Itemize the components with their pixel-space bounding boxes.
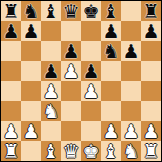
square-f3[interactable]: [101, 101, 121, 121]
square-b6[interactable]: [21, 41, 41, 61]
square-g5[interactable]: [121, 61, 141, 81]
square-e7[interactable]: [81, 21, 101, 41]
square-f1[interactable]: ♝: [101, 141, 121, 161]
square-e6[interactable]: [81, 41, 101, 61]
piece-black-queen[interactable]: ♛: [62, 1, 79, 21]
square-g7[interactable]: [121, 21, 141, 41]
square-d6[interactable]: ♟: [61, 41, 81, 61]
piece-white-queen[interactable]: ♛: [62, 141, 79, 161]
piece-white-king[interactable]: ♚: [82, 141, 99, 161]
square-h4[interactable]: [141, 81, 161, 101]
piece-white-bishop[interactable]: ♝: [42, 141, 59, 161]
piece-black-pawn[interactable]: ♟: [62, 41, 79, 61]
square-b2[interactable]: ♟: [21, 121, 41, 141]
piece-white-knight[interactable]: ♞: [42, 101, 59, 121]
square-f6[interactable]: ♞: [101, 41, 121, 61]
square-e2[interactable]: [81, 121, 101, 141]
square-a4[interactable]: [1, 81, 21, 101]
square-f8[interactable]: ♝: [101, 1, 121, 21]
piece-white-knight[interactable]: ♞: [122, 141, 139, 161]
piece-black-pawn[interactable]: ♟: [42, 61, 59, 81]
square-h7[interactable]: ♟: [141, 21, 161, 41]
square-d3[interactable]: [61, 101, 81, 121]
square-a5[interactable]: [1, 61, 21, 81]
square-h8[interactable]: ♜: [141, 1, 161, 21]
square-f4[interactable]: [101, 81, 121, 101]
piece-black-pawn[interactable]: ♟: [82, 61, 99, 81]
square-a6[interactable]: [1, 41, 21, 61]
square-d1[interactable]: ♛: [61, 141, 81, 161]
square-g6[interactable]: ♟: [121, 41, 141, 61]
square-d4[interactable]: [61, 81, 81, 101]
piece-white-pawn[interactable]: ♟: [62, 61, 79, 81]
chess-board: ♜♞♝♛♚♝♜♟♟♟♟♟♞♟♟♟♟♟♟♞♟♟♟♟♟♜♝♛♚♝♞♜: [0, 0, 162, 162]
square-g4[interactable]: [121, 81, 141, 101]
piece-white-bishop[interactable]: ♝: [102, 141, 119, 161]
square-g3[interactable]: [121, 101, 141, 121]
square-a1[interactable]: ♜: [1, 141, 21, 161]
square-g2[interactable]: ♟: [121, 121, 141, 141]
square-c1[interactable]: ♝: [41, 141, 61, 161]
square-d2[interactable]: [61, 121, 81, 141]
square-e4[interactable]: ♟: [81, 81, 101, 101]
piece-white-pawn[interactable]: ♟: [82, 81, 99, 101]
square-c3[interactable]: ♞: [41, 101, 61, 121]
square-e3[interactable]: [81, 101, 101, 121]
piece-black-pawn[interactable]: ♟: [2, 21, 19, 41]
square-f5[interactable]: [101, 61, 121, 81]
square-b8[interactable]: ♞: [21, 1, 41, 21]
square-a2[interactable]: ♟: [1, 121, 21, 141]
piece-white-rook[interactable]: ♜: [2, 141, 19, 161]
square-b1[interactable]: [21, 141, 41, 161]
square-c4[interactable]: ♟: [41, 81, 61, 101]
square-e8[interactable]: ♚: [81, 1, 101, 21]
piece-white-rook[interactable]: ♜: [142, 141, 159, 161]
square-a8[interactable]: ♜: [1, 1, 21, 21]
square-f7[interactable]: ♟: [101, 21, 121, 41]
square-e5[interactable]: ♟: [81, 61, 101, 81]
square-c2[interactable]: [41, 121, 61, 141]
piece-white-pawn[interactable]: ♟: [2, 121, 19, 141]
square-h6[interactable]: [141, 41, 161, 61]
piece-black-pawn[interactable]: ♟: [122, 41, 139, 61]
piece-white-pawn[interactable]: ♟: [142, 121, 159, 141]
square-b5[interactable]: [21, 61, 41, 81]
square-g8[interactable]: [121, 1, 141, 21]
piece-black-pawn[interactable]: ♟: [102, 21, 119, 41]
piece-black-bishop[interactable]: ♝: [102, 1, 119, 21]
square-h1[interactable]: ♜: [141, 141, 161, 161]
square-b7[interactable]: ♟: [21, 21, 41, 41]
piece-white-pawn[interactable]: ♟: [22, 121, 39, 141]
piece-white-pawn[interactable]: ♟: [122, 121, 139, 141]
piece-black-pawn[interactable]: ♟: [142, 21, 159, 41]
square-a3[interactable]: [1, 101, 21, 121]
piece-white-pawn[interactable]: ♟: [102, 121, 119, 141]
piece-white-pawn[interactable]: ♟: [42, 81, 59, 101]
square-d7[interactable]: [61, 21, 81, 41]
square-h5[interactable]: [141, 61, 161, 81]
square-h3[interactable]: [141, 101, 161, 121]
piece-black-knight[interactable]: ♞: [22, 1, 39, 21]
square-c7[interactable]: [41, 21, 61, 41]
square-b4[interactable]: [21, 81, 41, 101]
piece-black-knight[interactable]: ♞: [102, 41, 119, 61]
piece-black-pawn[interactable]: ♟: [22, 21, 39, 41]
square-c5[interactable]: ♟: [41, 61, 61, 81]
piece-black-rook[interactable]: ♜: [2, 1, 19, 21]
square-c8[interactable]: ♝: [41, 1, 61, 21]
square-a7[interactable]: ♟: [1, 21, 21, 41]
square-g1[interactable]: ♞: [121, 141, 141, 161]
square-c6[interactable]: [41, 41, 61, 61]
square-e1[interactable]: ♚: [81, 141, 101, 161]
square-b3[interactable]: [21, 101, 41, 121]
piece-black-bishop[interactable]: ♝: [42, 1, 59, 21]
piece-black-king[interactable]: ♚: [82, 1, 99, 21]
square-f2[interactable]: ♟: [101, 121, 121, 141]
square-d8[interactable]: ♛: [61, 1, 81, 21]
square-d5[interactable]: ♟: [61, 61, 81, 81]
square-h2[interactable]: ♟: [141, 121, 161, 141]
piece-black-rook[interactable]: ♜: [142, 1, 159, 21]
